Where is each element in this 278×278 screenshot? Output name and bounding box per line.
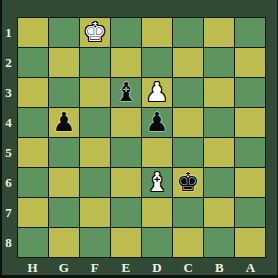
square-e7[interactable] bbox=[111, 198, 141, 227]
file-label-e: E bbox=[110, 258, 141, 276]
file-label-c: C bbox=[173, 258, 204, 276]
white-king[interactable]: ♚ bbox=[83, 19, 106, 45]
file-label-g: G bbox=[48, 258, 79, 276]
square-b3[interactable] bbox=[204, 78, 234, 107]
white-bishop[interactable]: ♝ bbox=[145, 169, 168, 195]
rank-label-8: 8 bbox=[0, 228, 17, 258]
square-e8[interactable] bbox=[111, 228, 141, 257]
rank-labels: 12345678 bbox=[0, 17, 17, 258]
square-b4[interactable] bbox=[204, 108, 234, 137]
square-f3[interactable] bbox=[80, 78, 110, 107]
rank-label-6: 6 bbox=[0, 168, 17, 198]
square-b7[interactable] bbox=[204, 198, 234, 227]
square-h6[interactable] bbox=[18, 168, 48, 197]
rank-label-5: 5 bbox=[0, 138, 17, 168]
square-f7[interactable] bbox=[80, 198, 110, 227]
white-pawn[interactable]: ♟ bbox=[145, 79, 168, 105]
square-a6[interactable] bbox=[235, 168, 265, 197]
square-g4[interactable]: ♟ bbox=[49, 108, 79, 137]
square-c2[interactable] bbox=[173, 48, 203, 77]
square-c4[interactable] bbox=[173, 108, 203, 137]
square-a2[interactable] bbox=[235, 48, 265, 77]
square-f6[interactable] bbox=[80, 168, 110, 197]
square-g7[interactable] bbox=[49, 198, 79, 227]
square-h8[interactable] bbox=[18, 228, 48, 257]
board: ♚♝♟♟♟♝♚ bbox=[17, 17, 266, 258]
black-king[interactable]: ♚ bbox=[176, 169, 199, 195]
square-h7[interactable] bbox=[18, 198, 48, 227]
square-d8[interactable] bbox=[142, 228, 172, 257]
rank-label-3: 3 bbox=[0, 77, 17, 107]
black-bishop[interactable]: ♝ bbox=[114, 79, 137, 105]
square-e1[interactable] bbox=[111, 18, 141, 47]
rank-label-2: 2 bbox=[0, 47, 17, 77]
square-e5[interactable] bbox=[111, 138, 141, 167]
square-a7[interactable] bbox=[235, 198, 265, 227]
square-b6[interactable] bbox=[204, 168, 234, 197]
square-e2[interactable] bbox=[111, 48, 141, 77]
square-b2[interactable] bbox=[204, 48, 234, 77]
square-c1[interactable] bbox=[173, 18, 203, 47]
black-pawn[interactable]: ♟ bbox=[52, 109, 75, 135]
square-a3[interactable] bbox=[235, 78, 265, 107]
square-d3[interactable]: ♟ bbox=[142, 78, 172, 107]
square-c8[interactable] bbox=[173, 228, 203, 257]
chess-diagram: 12345678 ♚♝♟♟♟♝♚ HGFEDCBA bbox=[0, 0, 278, 278]
square-g2[interactable] bbox=[49, 48, 79, 77]
rank-label-7: 7 bbox=[0, 198, 17, 228]
file-label-h: H bbox=[17, 258, 48, 276]
square-e3[interactable]: ♝ bbox=[111, 78, 141, 107]
square-g6[interactable] bbox=[49, 168, 79, 197]
square-h1[interactable] bbox=[18, 18, 48, 47]
file-label-f: F bbox=[79, 258, 110, 276]
square-a4[interactable] bbox=[235, 108, 265, 137]
file-labels: HGFEDCBA bbox=[17, 258, 266, 276]
square-d5[interactable] bbox=[142, 138, 172, 167]
file-label-d: D bbox=[142, 258, 173, 276]
square-d4[interactable]: ♟ bbox=[142, 108, 172, 137]
square-d7[interactable] bbox=[142, 198, 172, 227]
square-d1[interactable] bbox=[142, 18, 172, 47]
square-c3[interactable] bbox=[173, 78, 203, 107]
square-a5[interactable] bbox=[235, 138, 265, 167]
square-a8[interactable] bbox=[235, 228, 265, 257]
square-f4[interactable] bbox=[80, 108, 110, 137]
square-a1[interactable] bbox=[235, 18, 265, 47]
square-c7[interactable] bbox=[173, 198, 203, 227]
square-f5[interactable] bbox=[80, 138, 110, 167]
square-g3[interactable] bbox=[49, 78, 79, 107]
square-e6[interactable] bbox=[111, 168, 141, 197]
square-g1[interactable] bbox=[49, 18, 79, 47]
square-c6[interactable]: ♚ bbox=[173, 168, 203, 197]
rank-label-4: 4 bbox=[0, 107, 17, 137]
rank-label-1: 1 bbox=[0, 17, 17, 47]
square-d2[interactable] bbox=[142, 48, 172, 77]
square-c5[interactable] bbox=[173, 138, 203, 167]
square-g5[interactable] bbox=[49, 138, 79, 167]
square-g8[interactable] bbox=[49, 228, 79, 257]
square-b8[interactable] bbox=[204, 228, 234, 257]
square-b5[interactable] bbox=[204, 138, 234, 167]
square-f8[interactable] bbox=[80, 228, 110, 257]
square-d6[interactable]: ♝ bbox=[142, 168, 172, 197]
square-f2[interactable] bbox=[80, 48, 110, 77]
black-pawn[interactable]: ♟ bbox=[145, 109, 168, 135]
square-h2[interactable] bbox=[18, 48, 48, 77]
file-label-a: A bbox=[235, 258, 266, 276]
square-h3[interactable] bbox=[18, 78, 48, 107]
file-label-b: B bbox=[204, 258, 235, 276]
square-f1[interactable]: ♚ bbox=[80, 18, 110, 47]
square-h4[interactable] bbox=[18, 108, 48, 137]
square-e4[interactable] bbox=[111, 108, 141, 137]
square-b1[interactable] bbox=[204, 18, 234, 47]
square-h5[interactable] bbox=[18, 138, 48, 167]
